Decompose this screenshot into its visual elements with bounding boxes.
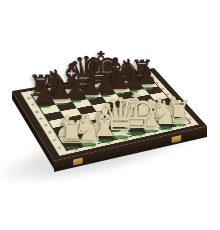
brass-clasp — [73, 157, 83, 165]
brass-clasp — [172, 135, 182, 143]
product-photo[interactable]: 88AA77BB66CC55DD44EE33FF22GG11HH ♜♞♝♟♚♟♛… — [0, 0, 220, 230]
